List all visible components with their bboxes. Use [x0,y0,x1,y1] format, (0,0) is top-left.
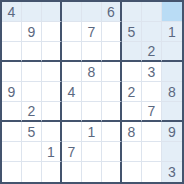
cell-r4c1[interactable] [2,62,22,82]
cell-r9c7[interactable] [122,162,142,182]
cell-r3c9[interactable] [162,42,182,62]
cell-r6c5[interactable] [82,102,102,122]
cell-r9c4[interactable] [62,162,82,182]
cell-r9c3[interactable] [42,162,62,182]
cell-r4c6[interactable] [102,62,122,82]
cell-r6c4[interactable] [62,102,82,122]
cell-r1c8[interactable] [142,2,162,22]
cell-r8c5[interactable] [82,142,102,162]
cell-r2c6[interactable] [102,22,122,42]
cell-r5c2[interactable] [22,82,42,102]
cell-r9c1[interactable] [2,162,22,182]
cell-r1c5[interactable] [82,2,102,22]
cell-r3c2[interactable] [22,42,42,62]
cell-r7c1[interactable] [2,122,22,142]
cell-r6c6[interactable] [102,102,122,122]
given-digit-r4c8[interactable]: 3 [142,62,162,82]
given-digit-r6c2[interactable]: 2 [22,102,42,122]
given-digit-r5c7[interactable]: 2 [122,82,142,102]
cell-r2c3[interactable] [42,22,62,42]
given-digit-r1c6[interactable]: 6 [102,2,122,22]
cell-r8c1[interactable] [2,142,22,162]
cell-r3c1[interactable] [2,42,22,62]
cell-r6c3[interactable] [42,102,62,122]
sudoku-board: 4697512839428275189173 [0,0,184,184]
cell-r3c3[interactable] [42,42,62,62]
given-digit-r2c7[interactable]: 5 [122,22,142,42]
cell-r1c7[interactable] [122,2,142,22]
given-digit-r7c9[interactable]: 9 [162,122,182,142]
cell-r1c4[interactable] [62,2,82,22]
cell-r5c8[interactable] [142,82,162,102]
given-digit-r2c2[interactable]: 9 [22,22,42,42]
cell-r4c4[interactable] [62,62,82,82]
given-digit-r4c5[interactable]: 8 [82,62,102,82]
given-digit-r5c1[interactable]: 9 [2,82,22,102]
cell-r2c4[interactable] [62,22,82,42]
cell-r8c8[interactable] [142,142,162,162]
cell-r7c6[interactable] [102,122,122,142]
given-digit-r7c7[interactable]: 8 [122,122,142,142]
cell-r8c7[interactable] [122,142,142,162]
cell-r5c5[interactable] [82,82,102,102]
cell-r7c3[interactable] [42,122,62,142]
cell-r4c7[interactable] [122,62,142,82]
given-digit-r9c9[interactable]: 3 [162,162,182,182]
cell-r8c2[interactable] [22,142,42,162]
given-digit-r7c5[interactable]: 1 [82,122,102,142]
given-digit-r7c2[interactable]: 5 [22,122,42,142]
cell-r2c8[interactable] [142,22,162,42]
cell-r9c5[interactable] [82,162,102,182]
given-digit-r8c4[interactable]: 7 [62,142,82,162]
cell-r3c5[interactable] [82,42,102,62]
given-digit-r8c3[interactable]: 1 [42,142,62,162]
given-digit-r2c5[interactable]: 7 [82,22,102,42]
cell-r7c8[interactable] [142,122,162,142]
cell-r9c8[interactable] [142,162,162,182]
cell-r4c2[interactable] [22,62,42,82]
given-digit-r6c8[interactable]: 7 [142,102,162,122]
cell-r6c7[interactable] [122,102,142,122]
given-digit-r5c4[interactable]: 4 [62,82,82,102]
cell-r2c1[interactable] [2,22,22,42]
cell-r9c6[interactable] [102,162,122,182]
given-digit-r5c9[interactable]: 8 [162,82,182,102]
cell-r6c9[interactable] [162,102,182,122]
cell-r5c6[interactable] [102,82,122,102]
cell-r8c9[interactable] [162,142,182,162]
cell-r9c2[interactable] [22,162,42,182]
cell-r3c6[interactable] [102,42,122,62]
given-digit-r2c9[interactable]: 1 [162,22,182,42]
given-digit-r1c1[interactable]: 4 [2,2,22,22]
cell-r7c4[interactable] [62,122,82,142]
cell-r6c1[interactable] [2,102,22,122]
cell-r1c2[interactable] [22,2,42,22]
cell-r4c9[interactable] [162,62,182,82]
selected-cell-r1c9[interactable] [162,2,182,22]
cell-r5c3[interactable] [42,82,62,102]
cell-r8c6[interactable] [102,142,122,162]
cell-r3c7[interactable] [122,42,142,62]
cell-r4c3[interactable] [42,62,62,82]
cell-r3c4[interactable] [62,42,82,62]
cell-r1c3[interactable] [42,2,62,22]
given-digit-r3c8[interactable]: 2 [142,42,162,62]
